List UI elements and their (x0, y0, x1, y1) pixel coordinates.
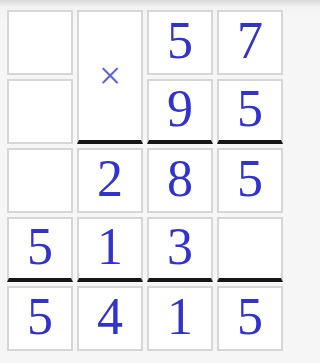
multiply-operator-cell: × (77, 10, 143, 144)
product-thousands-cell: 5 (7, 286, 73, 351)
multiplicand-tens-cell: 5 (147, 10, 213, 75)
times-sign: × (99, 56, 122, 96)
multiplier-tens-cell: 9 (147, 79, 213, 144)
empty-cell-r3c1 (7, 148, 73, 213)
partial-product-1-tens-cell: 8 (147, 148, 213, 213)
product-hundreds-cell: 4 (77, 286, 143, 351)
partial-product-2-tens-cell: 1 (77, 217, 143, 282)
empty-cell-r4c4 (217, 217, 283, 282)
partial-product-2-ones-cell: 3 (147, 217, 213, 282)
multiplication-grid: × 5 7 9 5 2 8 5 5 1 3 5 4 1 5 (7, 10, 283, 351)
empty-cell-r1c1 (7, 10, 73, 75)
product-tens-cell: 1 (147, 286, 213, 351)
partial-product-1-ones-cell: 5 (217, 148, 283, 213)
partial-product-2-hundreds-cell: 5 (7, 217, 73, 282)
partial-product-1-hundreds-cell: 2 (77, 148, 143, 213)
product-ones-cell: 5 (217, 286, 283, 351)
multiplicand-ones-cell: 7 (217, 10, 283, 75)
empty-cell-r2c1 (7, 79, 73, 144)
multiplier-ones-cell: 5 (217, 79, 283, 144)
